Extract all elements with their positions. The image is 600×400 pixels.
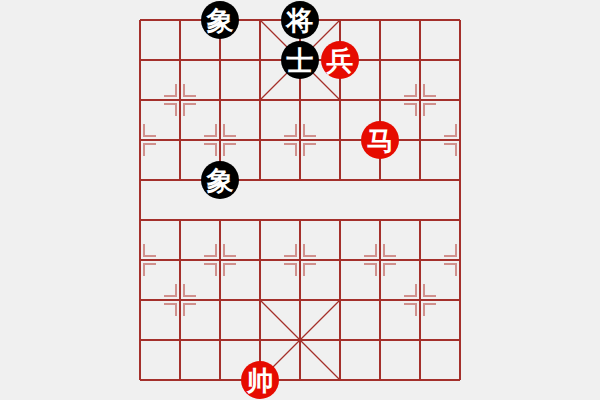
piece-red-general[interactable]: 帅 bbox=[241, 361, 279, 399]
board-point-6-3: 马 bbox=[360, 120, 400, 160]
board-point-2-4: 象 bbox=[200, 160, 240, 200]
xiangqi-app: 象将士兵马象帅 bbox=[0, 0, 600, 400]
piece-black-elephant-2[interactable]: 象 bbox=[201, 161, 239, 199]
piece-red-soldier[interactable]: 兵 bbox=[321, 41, 359, 79]
piece-black-elephant-1[interactable]: 象 bbox=[201, 1, 239, 39]
board-point-3-9: 帅 bbox=[240, 360, 280, 400]
piece-red-horse[interactable]: 马 bbox=[361, 121, 399, 159]
board-point-4-0: 将 bbox=[280, 0, 320, 40]
piece-black-advisor[interactable]: 士 bbox=[281, 41, 319, 79]
piece-black-general[interactable]: 将 bbox=[281, 1, 319, 39]
piece-layer: 象将士兵马象帅 bbox=[120, 0, 480, 400]
board-point-4-1: 士 bbox=[280, 40, 320, 80]
board-point-2-0: 象 bbox=[200, 0, 240, 40]
board-point-5-1: 兵 bbox=[320, 40, 360, 80]
